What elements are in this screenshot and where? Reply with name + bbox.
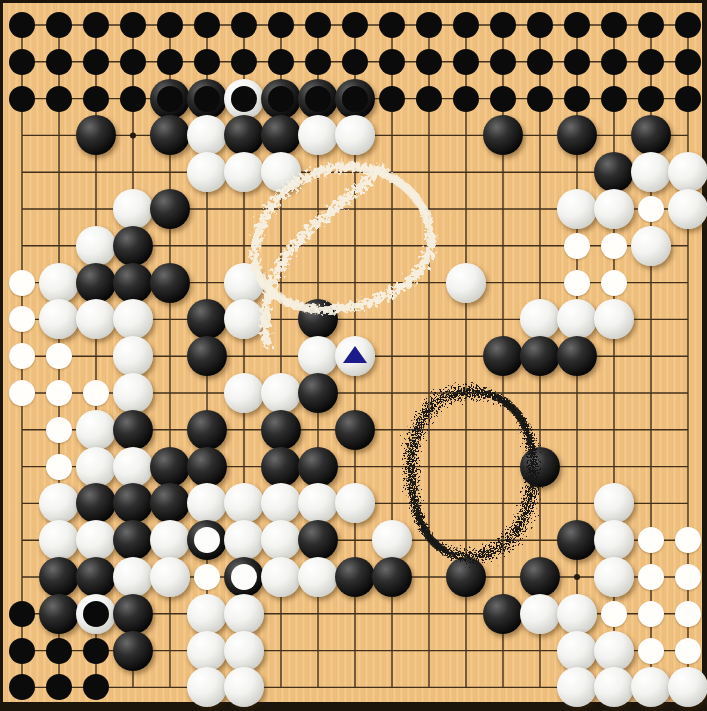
dead-black-stone[interactable]: [224, 557, 264, 597]
black-territory-marker[interactable]: [490, 49, 516, 75]
triangle-marked-white-stone[interactable]: [335, 336, 375, 376]
black-territory-marker[interactable]: [305, 49, 331, 75]
black-point-marker: [83, 601, 109, 627]
black-territory-marker[interactable]: [675, 12, 701, 38]
marked-black-stone[interactable]: [187, 79, 227, 119]
white-stone[interactable]: [631, 152, 671, 192]
black-pen-circle-scribble: [411, 392, 533, 556]
white-territory-marker[interactable]: [9, 270, 35, 296]
white-stone[interactable]: [113, 447, 153, 487]
black-stone[interactable]: [150, 483, 190, 523]
black-territory-marker[interactable]: [268, 12, 294, 38]
black-territory-marker[interactable]: [379, 86, 405, 112]
black-stone[interactable]: [557, 115, 597, 155]
black-territory-marker[interactable]: [9, 638, 35, 664]
white-stone[interactable]: [520, 299, 560, 339]
white-stone[interactable]: [76, 299, 116, 339]
black-point-marker: [194, 86, 220, 112]
black-stone[interactable]: [76, 483, 116, 523]
black-stone[interactable]: [150, 447, 190, 487]
white-stone[interactable]: [224, 299, 264, 339]
white-territory-marker[interactable]: [46, 380, 72, 406]
white-stone[interactable]: [39, 299, 79, 339]
white-stone[interactable]: [187, 152, 227, 192]
black-territory-marker[interactable]: [9, 601, 35, 627]
white-territory-marker[interactable]: [675, 638, 701, 664]
black-stone[interactable]: [631, 115, 671, 155]
black-territory-marker[interactable]: [453, 12, 479, 38]
black-stone[interactable]: [150, 189, 190, 229]
black-stone[interactable]: [520, 557, 560, 597]
marked-black-stone[interactable]: [261, 79, 301, 119]
black-territory-marker[interactable]: [638, 49, 664, 75]
black-stone[interactable]: [76, 557, 116, 597]
black-stone[interactable]: [39, 557, 79, 597]
white-stone[interactable]: [76, 447, 116, 487]
white-stone[interactable]: [594, 557, 634, 597]
white-territory-marker[interactable]: [564, 270, 590, 296]
white-stone[interactable]: [113, 299, 153, 339]
triangle-marker: [343, 346, 367, 363]
black-stone[interactable]: [187, 299, 227, 339]
white-territory-marker[interactable]: [675, 564, 701, 590]
black-point-marker: [268, 86, 294, 112]
star-point: [574, 574, 580, 580]
white-territory-marker[interactable]: [601, 233, 627, 259]
black-territory-marker[interactable]: [490, 86, 516, 112]
black-stone[interactable]: [594, 152, 634, 192]
black-stone[interactable]: [113, 226, 153, 266]
black-stone[interactable]: [261, 447, 301, 487]
black-territory-marker[interactable]: [527, 12, 553, 38]
black-territory-marker[interactable]: [527, 49, 553, 75]
marked-black-stone[interactable]: [335, 79, 375, 119]
black-territory-marker[interactable]: [157, 49, 183, 75]
white-stone[interactable]: [261, 520, 301, 560]
goban[interactable]: [0, 0, 707, 711]
white-territory-marker[interactable]: [194, 564, 220, 590]
black-territory-marker[interactable]: [638, 12, 664, 38]
black-territory-marker[interactable]: [564, 49, 590, 75]
black-territory-marker[interactable]: [9, 49, 35, 75]
white-stone[interactable]: [594, 299, 634, 339]
white-stone[interactable]: [298, 557, 338, 597]
white-territory-marker[interactable]: [601, 270, 627, 296]
black-stone[interactable]: [224, 115, 264, 155]
white-stone[interactable]: [594, 520, 634, 560]
black-territory-marker[interactable]: [601, 12, 627, 38]
white-territory-marker[interactable]: [675, 527, 701, 553]
white-stone[interactable]: [113, 189, 153, 229]
white-territory-marker[interactable]: [46, 417, 72, 443]
white-stone[interactable]: [594, 483, 634, 523]
white-stone[interactable]: [594, 667, 634, 707]
black-stone[interactable]: [113, 631, 153, 671]
black-stone[interactable]: [298, 520, 338, 560]
black-territory-marker[interactable]: [9, 86, 35, 112]
white-stone[interactable]: [187, 667, 227, 707]
black-territory-marker[interactable]: [490, 12, 516, 38]
black-territory-marker[interactable]: [46, 49, 72, 75]
black-territory-marker[interactable]: [83, 12, 109, 38]
black-territory-marker[interactable]: [416, 86, 442, 112]
black-stone[interactable]: [76, 263, 116, 303]
black-territory-marker[interactable]: [638, 86, 664, 112]
black-stone[interactable]: [446, 557, 486, 597]
black-stone[interactable]: [261, 410, 301, 450]
white-stone[interactable]: [76, 520, 116, 560]
black-stone[interactable]: [261, 115, 301, 155]
white-stone[interactable]: [372, 520, 412, 560]
white-territory-marker[interactable]: [601, 601, 627, 627]
black-territory-marker[interactable]: [120, 49, 146, 75]
white-point-marker: [194, 527, 220, 553]
white-territory-marker[interactable]: [675, 601, 701, 627]
white-stone[interactable]: [298, 336, 338, 376]
white-territory-marker[interactable]: [564, 233, 590, 259]
black-stone[interactable]: [520, 336, 560, 376]
black-territory-marker[interactable]: [9, 674, 35, 700]
black-stone[interactable]: [557, 520, 597, 560]
black-stone[interactable]: [298, 373, 338, 413]
black-territory-marker[interactable]: [675, 86, 701, 112]
black-territory-marker[interactable]: [120, 12, 146, 38]
black-stone[interactable]: [187, 336, 227, 376]
white-stone[interactable]: [335, 483, 375, 523]
white-stone[interactable]: [113, 373, 153, 413]
white-stone[interactable]: [187, 115, 227, 155]
star-point: [130, 132, 136, 138]
black-stone[interactable]: [76, 115, 116, 155]
white-stone[interactable]: [39, 483, 79, 523]
white-territory-marker[interactable]: [9, 343, 35, 369]
white-territory-marker[interactable]: [638, 527, 664, 553]
black-stone[interactable]: [187, 410, 227, 450]
white-stone[interactable]: [298, 115, 338, 155]
white-stone[interactable]: [594, 631, 634, 671]
dead-white-stone[interactable]: [224, 79, 264, 119]
black-territory-marker[interactable]: [305, 12, 331, 38]
black-territory-marker[interactable]: [46, 12, 72, 38]
black-stone[interactable]: [335, 557, 375, 597]
black-territory-marker[interactable]: [675, 49, 701, 75]
white-stone[interactable]: [631, 226, 671, 266]
white-territory-marker[interactable]: [83, 380, 109, 406]
white-stone[interactable]: [113, 557, 153, 597]
white-stone[interactable]: [224, 667, 264, 707]
white-stone[interactable]: [261, 373, 301, 413]
black-stone[interactable]: [150, 263, 190, 303]
black-territory-marker[interactable]: [342, 49, 368, 75]
white-stone[interactable]: [631, 667, 671, 707]
white-stone[interactable]: [668, 189, 707, 229]
black-territory-marker[interactable]: [601, 49, 627, 75]
white-stone[interactable]: [76, 226, 116, 266]
black-territory-marker[interactable]: [527, 86, 553, 112]
black-territory-marker[interactable]: [83, 86, 109, 112]
white-point-marker: [231, 564, 257, 590]
black-stone[interactable]: [483, 594, 523, 634]
black-stone[interactable]: [557, 336, 597, 376]
white-stone[interactable]: [224, 631, 264, 671]
white-territory-marker[interactable]: [46, 454, 72, 480]
black-territory-marker[interactable]: [9, 12, 35, 38]
white-stone[interactable]: [261, 483, 301, 523]
white-stone[interactable]: [187, 631, 227, 671]
black-territory-marker[interactable]: [46, 674, 72, 700]
white-stone[interactable]: [76, 410, 116, 450]
black-territory-marker[interactable]: [83, 674, 109, 700]
black-territory-marker[interactable]: [194, 12, 220, 38]
black-stone[interactable]: [483, 336, 523, 376]
white-stone[interactable]: [520, 594, 560, 634]
white-stone[interactable]: [150, 557, 190, 597]
black-stone[interactable]: [150, 115, 190, 155]
go-client-board-view: [0, 0, 707, 711]
black-territory-marker[interactable]: [379, 49, 405, 75]
black-territory-marker[interactable]: [194, 49, 220, 75]
black-stone[interactable]: [113, 520, 153, 560]
white-stone[interactable]: [557, 667, 597, 707]
white-territory-marker[interactable]: [9, 380, 35, 406]
black-pen-circle-scribble: [411, 392, 533, 556]
white-stone[interactable]: [557, 299, 597, 339]
white-territory-marker[interactable]: [638, 638, 664, 664]
black-stone[interactable]: [113, 483, 153, 523]
white-stone[interactable]: [668, 667, 707, 707]
black-territory-marker[interactable]: [416, 12, 442, 38]
white-stone[interactable]: [150, 520, 190, 560]
black-stone[interactable]: [113, 410, 153, 450]
black-territory-marker[interactable]: [416, 49, 442, 75]
black-territory-marker[interactable]: [453, 49, 479, 75]
marked-black-stone[interactable]: [150, 79, 190, 119]
black-point-marker: [157, 86, 183, 112]
white-territory-marker[interactable]: [638, 601, 664, 627]
white-stone[interactable]: [224, 483, 264, 523]
black-territory-marker[interactable]: [453, 86, 479, 112]
black-territory-marker[interactable]: [564, 86, 590, 112]
black-stone[interactable]: [298, 447, 338, 487]
white-territory-marker[interactable]: [46, 343, 72, 369]
white-stone[interactable]: [594, 189, 634, 229]
white-stone[interactable]: [261, 557, 301, 597]
marked-black-stone[interactable]: [298, 79, 338, 119]
white-stone[interactable]: [187, 594, 227, 634]
white-stone[interactable]: [261, 152, 301, 192]
black-territory-marker[interactable]: [379, 12, 405, 38]
white-stone[interactable]: [557, 631, 597, 671]
white-stone[interactable]: [557, 189, 597, 229]
white-stone[interactable]: [224, 520, 264, 560]
white-stone[interactable]: [39, 263, 79, 303]
black-stone[interactable]: [298, 299, 338, 339]
white-territory-marker[interactable]: [9, 306, 35, 332]
white-stone[interactable]: [298, 483, 338, 523]
black-territory-marker[interactable]: [83, 638, 109, 664]
black-territory-marker[interactable]: [601, 86, 627, 112]
white-stone[interactable]: [446, 263, 486, 303]
black-point-marker: [305, 86, 331, 112]
white-stone[interactable]: [39, 520, 79, 560]
black-territory-marker[interactable]: [564, 12, 590, 38]
black-territory-marker[interactable]: [268, 49, 294, 75]
black-stone[interactable]: [372, 557, 412, 597]
black-stone[interactable]: [520, 447, 560, 487]
black-territory-marker[interactable]: [46, 638, 72, 664]
black-point-marker: [342, 86, 368, 112]
white-stone[interactable]: [224, 263, 264, 303]
black-territory-marker[interactable]: [120, 86, 146, 112]
white-stone[interactable]: [224, 373, 264, 413]
white-stone[interactable]: [224, 152, 264, 192]
black-stone[interactable]: [113, 263, 153, 303]
black-territory-marker[interactable]: [157, 12, 183, 38]
black-territory-marker[interactable]: [342, 12, 368, 38]
white-territory-marker[interactable]: [638, 564, 664, 590]
white-stone[interactable]: [113, 336, 153, 376]
white-stone[interactable]: [668, 152, 707, 192]
black-stone[interactable]: [113, 594, 153, 634]
dead-black-stone[interactable]: [187, 520, 227, 560]
black-territory-marker[interactable]: [83, 49, 109, 75]
black-territory-marker[interactable]: [46, 86, 72, 112]
white-stone[interactable]: [557, 594, 597, 634]
white-territory-marker[interactable]: [638, 196, 664, 222]
black-stone[interactable]: [187, 447, 227, 487]
white-stone[interactable]: [335, 115, 375, 155]
dead-white-stone[interactable]: [76, 594, 116, 634]
black-point-marker: [231, 86, 257, 112]
black-stone[interactable]: [39, 594, 79, 634]
white-stone[interactable]: [187, 483, 227, 523]
black-territory-marker[interactable]: [231, 49, 257, 75]
black-stone[interactable]: [335, 410, 375, 450]
white-stone[interactable]: [224, 594, 264, 634]
black-stone[interactable]: [483, 115, 523, 155]
black-territory-marker[interactable]: [231, 12, 257, 38]
